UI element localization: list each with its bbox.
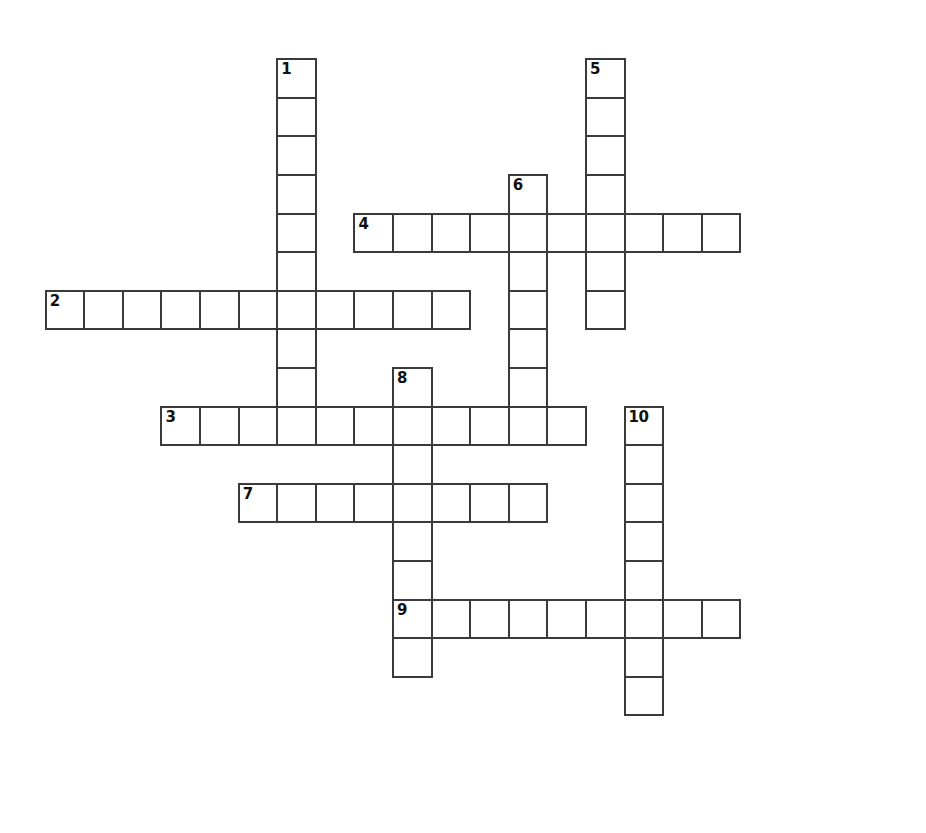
crossword-cell[interactable] [469,213,510,254]
crossword-grid: 15642831079 [46,59,743,717]
crossword-cell[interactable] [431,290,472,331]
crossword-cell[interactable] [276,213,317,254]
crossword-cell[interactable] [276,135,317,176]
crossword-cell[interactable] [662,213,703,254]
crossword-cell[interactable] [276,251,317,292]
crossword-cell[interactable] [392,406,433,447]
crossword-cell[interactable] [508,367,549,408]
crossword-cell[interactable] [624,444,665,485]
crossword-cell[interactable] [83,290,124,331]
crossword-cell[interactable] [238,290,279,331]
crossword-cell[interactable]: 10 [624,406,665,447]
crossword-cell[interactable] [508,328,549,369]
crossword-cell[interactable] [276,406,317,447]
crossword-cell[interactable] [624,676,665,717]
crossword-cell[interactable] [508,599,549,640]
crossword-cell[interactable]: 5 [585,58,626,99]
crossword-cell[interactable] [431,406,472,447]
crossword-cell[interactable] [624,599,665,640]
clue-number: 8 [397,370,407,387]
crossword-cell[interactable] [276,367,317,408]
crossword-cell[interactable] [353,406,394,447]
crossword-cell[interactable]: 8 [392,367,433,408]
crossword-cell[interactable] [585,290,626,331]
crossword-cell[interactable] [546,406,587,447]
crossword-cell[interactable]: 2 [45,290,86,331]
clue-number: 4 [358,216,368,233]
crossword-cell[interactable]: 9 [392,599,433,640]
crossword-cell[interactable] [701,599,742,640]
crossword-cell[interactable] [662,599,703,640]
crossword-cell[interactable] [199,406,240,447]
crossword-cell[interactable]: 3 [160,406,201,447]
clue-number: 9 [397,602,407,619]
crossword-cell[interactable] [392,521,433,562]
crossword-cell[interactable] [624,560,665,601]
crossword-cell[interactable] [392,213,433,254]
crossword-cell[interactable] [624,521,665,562]
crossword-cell[interactable] [624,637,665,678]
crossword-cell[interactable] [353,483,394,524]
crossword-cell[interactable] [546,213,587,254]
crossword-cell[interactable] [238,406,279,447]
crossword-cell[interactable] [315,406,356,447]
crossword-cell[interactable] [431,599,472,640]
crossword-cell[interactable] [199,290,240,331]
crossword-cell[interactable] [392,444,433,485]
clue-number: 3 [165,409,175,426]
crossword-cell[interactable] [392,290,433,331]
crossword-cell[interactable] [508,213,549,254]
crossword-cell[interactable]: 7 [238,483,279,524]
crossword-cell[interactable] [392,637,433,678]
clue-number: 10 [629,409,649,426]
clue-number: 6 [513,177,523,194]
crossword-cell[interactable] [624,483,665,524]
crossword-cell[interactable] [508,483,549,524]
crossword-cell[interactable] [276,290,317,331]
crossword-page: { "game": "crossword", "grid": { "rows":… [0,0,926,833]
crossword-cell[interactable] [508,290,549,331]
crossword-cell[interactable] [431,483,472,524]
crossword-cell[interactable] [585,213,626,254]
crossword-cell[interactable] [508,251,549,292]
crossword-cell[interactable] [585,251,626,292]
crossword-cell[interactable] [392,483,433,524]
crossword-cell[interactable] [469,406,510,447]
crossword-cell[interactable] [122,290,163,331]
crossword-cell[interactable] [624,213,665,254]
crossword-cell[interactable] [276,328,317,369]
crossword-cell[interactable] [585,97,626,138]
crossword-cell[interactable] [469,483,510,524]
crossword-cell[interactable] [160,290,201,331]
crossword-cell[interactable] [315,290,356,331]
clue-number: 5 [590,61,600,78]
crossword-cell[interactable] [276,97,317,138]
crossword-cell[interactable] [431,213,472,254]
crossword-cell[interactable] [392,560,433,601]
clue-number: 2 [50,293,60,310]
crossword-cell[interactable] [353,290,394,331]
crossword-cell[interactable] [585,135,626,176]
crossword-cell[interactable] [276,174,317,215]
crossword-cell[interactable] [701,213,742,254]
crossword-cell[interactable] [585,174,626,215]
crossword-cell[interactable] [546,599,587,640]
crossword-cell[interactable] [315,483,356,524]
crossword-cell[interactable] [585,599,626,640]
clue-number: 1 [281,61,291,78]
crossword-cell[interactable] [469,599,510,640]
clue-number: 7 [243,486,253,503]
crossword-cell[interactable]: 4 [353,213,394,254]
crossword-cell[interactable]: 1 [276,58,317,99]
crossword-cell[interactable] [276,483,317,524]
crossword-cell[interactable]: 6 [508,174,549,215]
crossword-cell[interactable] [508,406,549,447]
